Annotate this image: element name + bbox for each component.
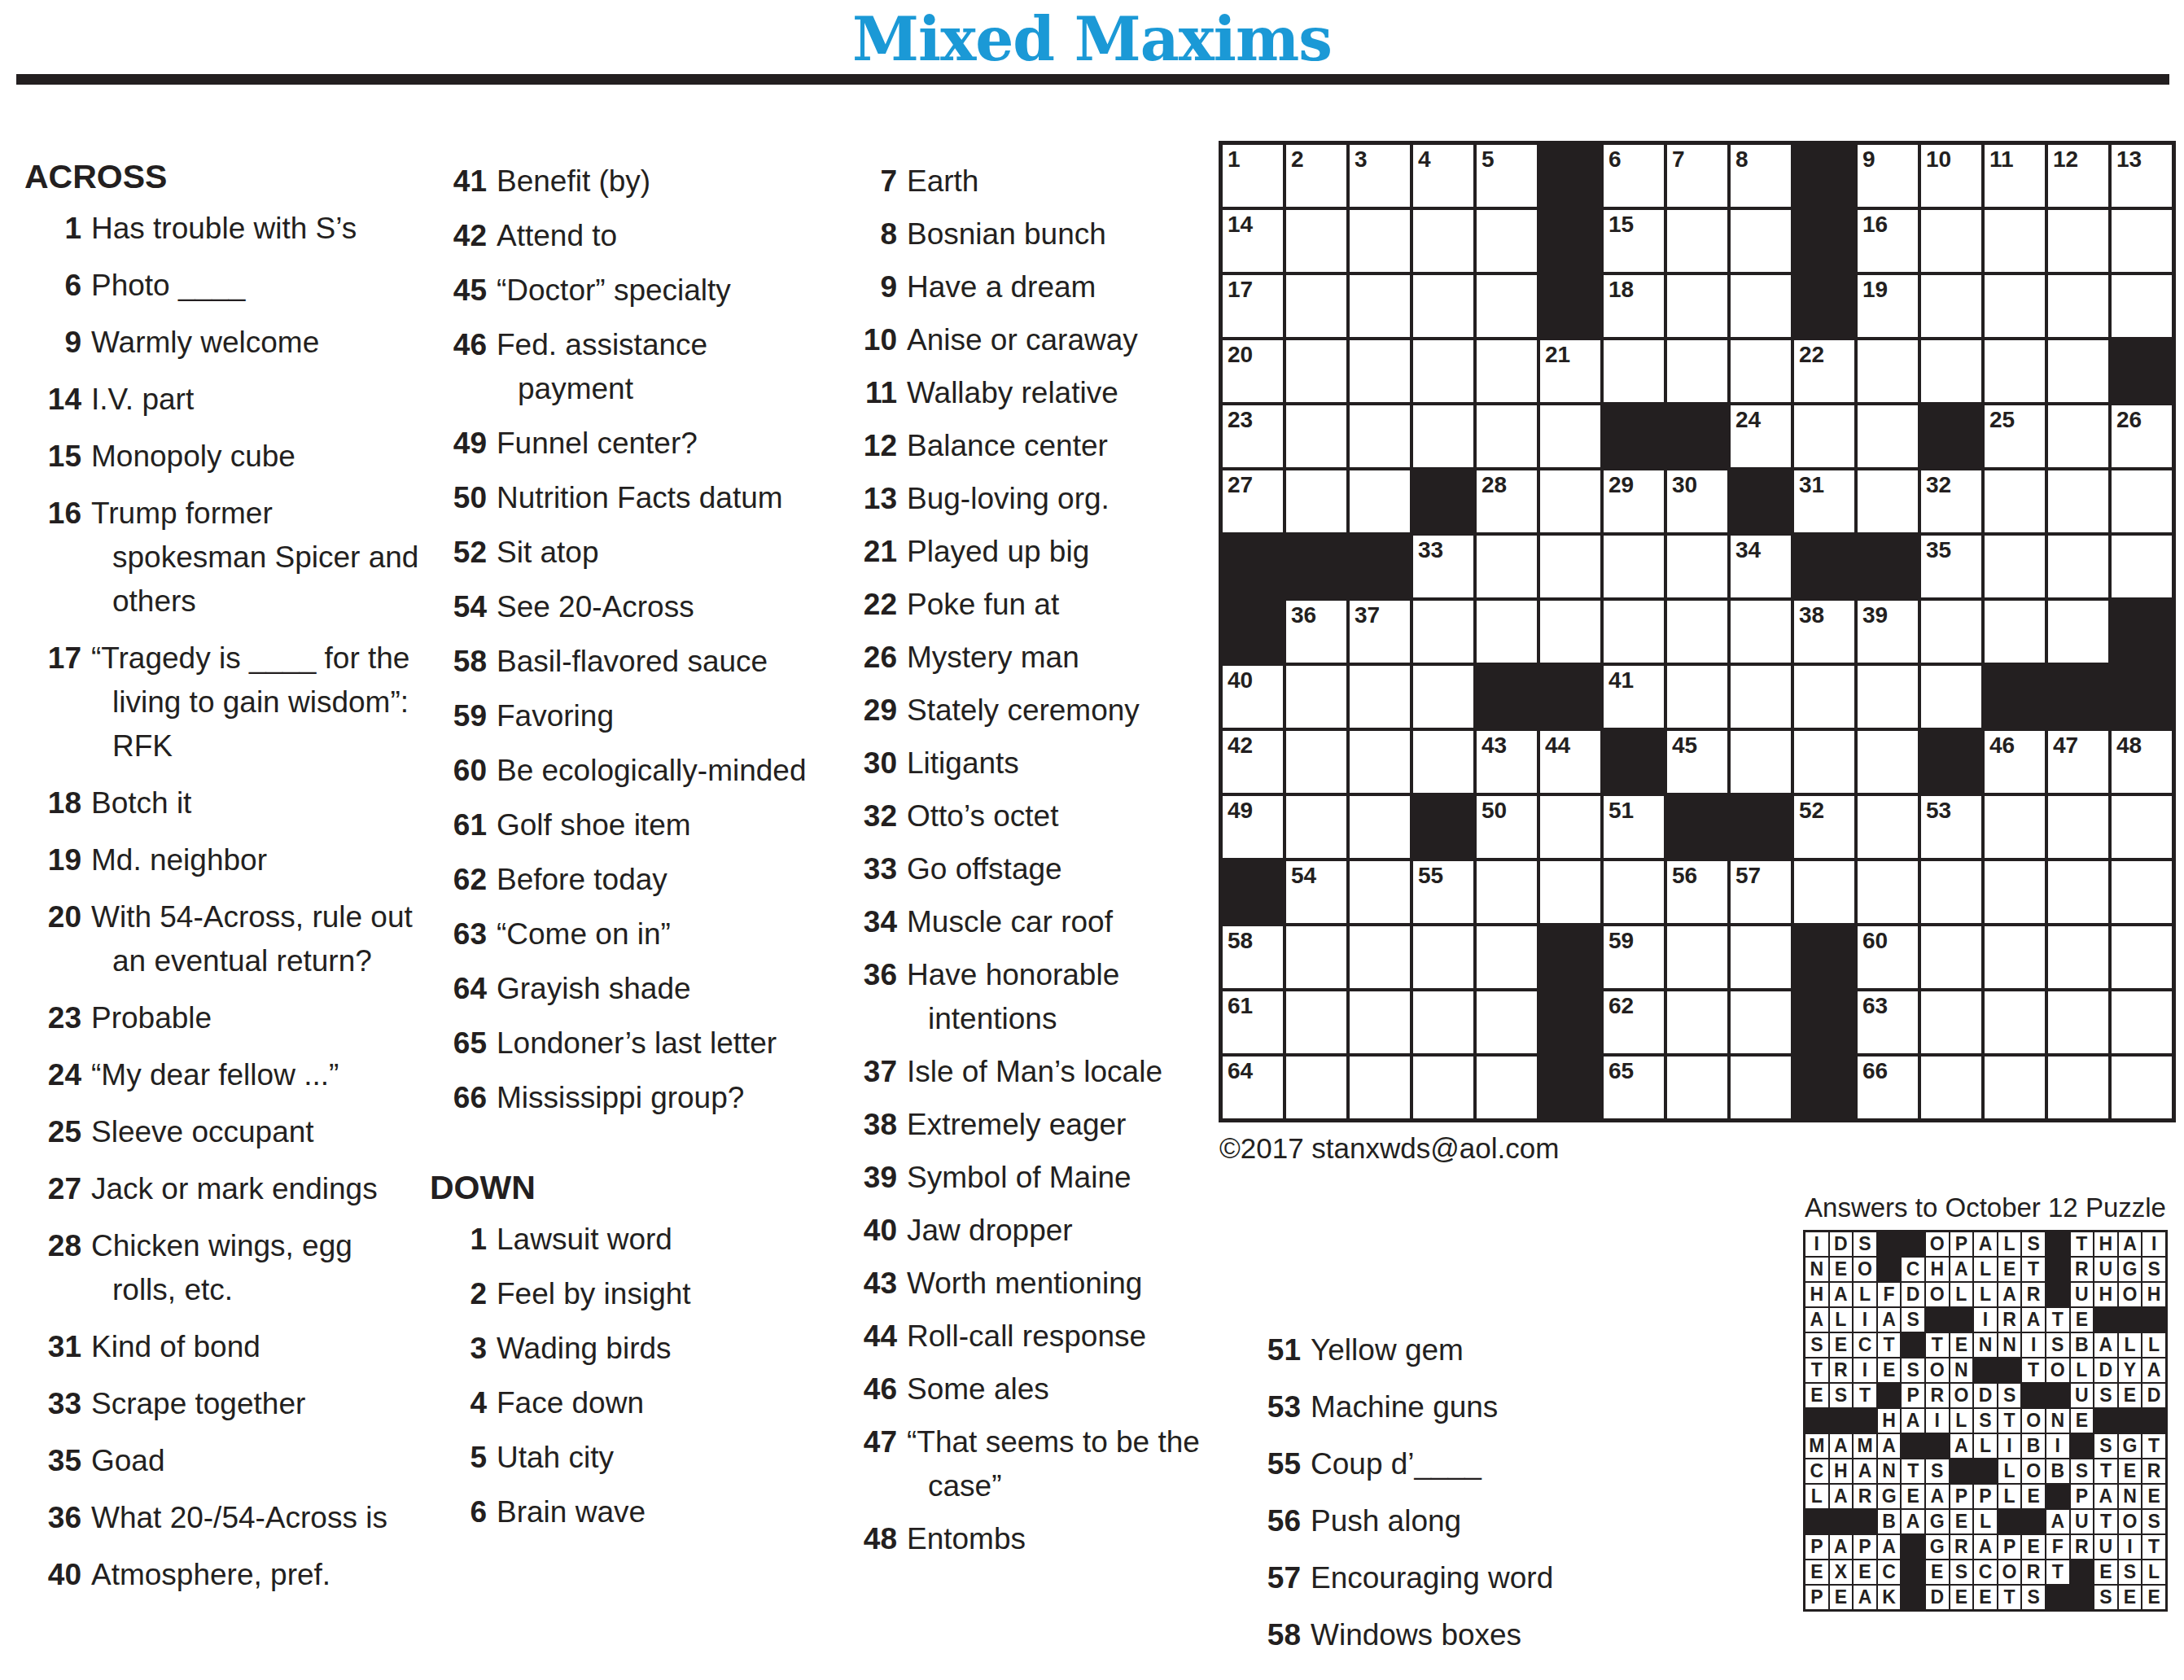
- grid-cell[interactable]: [1921, 340, 1981, 402]
- grid-cell[interactable]: 53: [1921, 796, 1981, 858]
- grid-cell[interactable]: 31: [1794, 470, 1854, 532]
- cell-number: 55: [1418, 863, 1443, 889]
- grid-cell[interactable]: 58: [1223, 926, 1283, 988]
- clue-across-60: 60Be ecologically-minded: [430, 749, 825, 793]
- grid-cell[interactable]: [1858, 470, 1918, 532]
- clue-text: Sleeve occupant: [91, 1115, 314, 1148]
- grid-cell[interactable]: 62: [1604, 991, 1664, 1053]
- clue-text: What 20-/54-Across is: [91, 1501, 387, 1534]
- clue-number: 13: [840, 477, 897, 521]
- grid-cell[interactable]: [1413, 275, 1473, 337]
- grid-cell[interactable]: [1858, 861, 1918, 923]
- answer-cell: D: [1926, 1586, 1949, 1609]
- grid-cell[interactable]: 40: [1223, 666, 1283, 728]
- grid-cell[interactable]: 61: [1223, 991, 1283, 1053]
- grid-cell[interactable]: [1477, 405, 1537, 467]
- clue-down-3: 3Wading birds: [430, 1327, 825, 1371]
- cell-number: 12: [2053, 147, 2078, 173]
- grid-cell[interactable]: 10: [1921, 145, 1981, 207]
- grid-cell[interactable]: 9: [1858, 145, 1918, 207]
- cell-number: 15: [1608, 212, 1634, 238]
- grid-cell[interactable]: 6: [1604, 145, 1664, 207]
- clue-number: 34: [840, 900, 897, 944]
- grid-cell[interactable]: [1985, 861, 2045, 923]
- answer-cell-black: [1974, 1358, 1997, 1382]
- grid-cell[interactable]: 48: [2112, 731, 2172, 793]
- clue-number: 1: [430, 1218, 487, 1262]
- grid-cell[interactable]: [1540, 601, 1600, 663]
- answer-cell: G: [1878, 1485, 1901, 1508]
- grid-cell[interactable]: [1350, 275, 1410, 337]
- grid-cell[interactable]: [1667, 601, 1727, 663]
- grid-cell[interactable]: 55: [1413, 861, 1473, 923]
- grid-cell[interactable]: [1413, 405, 1473, 467]
- grid-cell[interactable]: [1350, 470, 1410, 532]
- grid-cell[interactable]: [1667, 536, 1727, 597]
- clue-down-38: 38Extremely eager: [840, 1103, 1236, 1147]
- cell-number: 48: [2116, 733, 2142, 759]
- clue-down-55: 55Coup d’____: [1244, 1442, 1639, 1486]
- grid-cell[interactable]: [1604, 536, 1664, 597]
- answer-cell: I: [1998, 1434, 2021, 1458]
- grid-cell[interactable]: 65: [1604, 1057, 1664, 1118]
- clue-text: Atmosphere, pref.: [91, 1558, 330, 1591]
- cell-number: 19: [1862, 277, 1888, 303]
- answer-cell: T: [1998, 1586, 2021, 1609]
- answer-cell-black: [1830, 1409, 1853, 1433]
- answer-cell: D: [1830, 1232, 1853, 1256]
- answer-cell: S: [2119, 1560, 2142, 1584]
- clue-number: 46: [840, 1367, 897, 1411]
- grid-cell[interactable]: [1858, 340, 1918, 402]
- grid-cell[interactable]: [1286, 275, 1346, 337]
- grid-cell[interactable]: 1: [1223, 145, 1283, 207]
- grid-cell[interactable]: 56: [1667, 861, 1727, 923]
- answer-cell: E: [1830, 1258, 1853, 1281]
- grid-cell[interactable]: [1731, 1057, 1791, 1118]
- grid-cell[interactable]: [1350, 796, 1410, 858]
- answer-cell: L: [1998, 1459, 2021, 1483]
- grid-cell[interactable]: 4: [1413, 145, 1473, 207]
- grid-cell[interactable]: [1286, 666, 1346, 728]
- grid-cell[interactable]: [1350, 340, 1410, 402]
- grid-cell[interactable]: [1794, 666, 1854, 728]
- grid-cell[interactable]: [2048, 926, 2108, 988]
- grid-cell[interactable]: [1540, 405, 1600, 467]
- answer-cell-black: [2119, 1409, 2142, 1433]
- clue-down-48: 48Entombs: [840, 1517, 1236, 1561]
- answer-cell: R: [2022, 1283, 2045, 1306]
- answer-cell: S: [2046, 1333, 2069, 1357]
- grid-cell-black: [1794, 275, 1854, 337]
- grid-cell[interactable]: [1985, 601, 2045, 663]
- grid-cell[interactable]: 20: [1223, 340, 1283, 402]
- grid-cell[interactable]: 22: [1794, 340, 1854, 402]
- grid-cell[interactable]: 45: [1667, 731, 1727, 793]
- grid-cell[interactable]: [1667, 275, 1727, 337]
- grid-cell[interactable]: 50: [1477, 796, 1537, 858]
- answer-cell: S: [1974, 1409, 1997, 1433]
- grid-cell[interactable]: [1604, 861, 1664, 923]
- grid-cell[interactable]: [1413, 210, 1473, 272]
- grid-cell[interactable]: [2048, 210, 2108, 272]
- grid-cell[interactable]: [1985, 991, 2045, 1053]
- answer-cell-black: [1854, 1510, 1876, 1533]
- grid-cell[interactable]: [1286, 210, 1346, 272]
- grid-cell[interactable]: [2048, 601, 2108, 663]
- cell-number: 41: [1608, 667, 1634, 693]
- grid-cell[interactable]: [2112, 275, 2172, 337]
- grid-cell[interactable]: [1921, 1057, 1981, 1118]
- grid-cell[interactable]: [2112, 991, 2172, 1053]
- grid-cell[interactable]: [1985, 1057, 2045, 1118]
- grid-cell[interactable]: 38: [1794, 601, 1854, 663]
- grid-cell[interactable]: [1731, 210, 1791, 272]
- answer-cell-black: [1950, 1459, 1973, 1483]
- grid-cell[interactable]: 63: [1858, 991, 1918, 1053]
- clue-text: Bug-loving org.: [907, 482, 1110, 515]
- answer-cell: A: [1830, 1434, 1853, 1458]
- grid-cell[interactable]: [1286, 991, 1346, 1053]
- grid-cell[interactable]: 14: [1223, 210, 1283, 272]
- answer-cell: I: [1805, 1232, 1828, 1256]
- grid-cell[interactable]: [1985, 926, 2045, 988]
- grid-cell[interactable]: [1477, 340, 1537, 402]
- grid-cell[interactable]: 43: [1477, 731, 1537, 793]
- grid-cell[interactable]: 39: [1858, 601, 1918, 663]
- grid-cell[interactable]: [2048, 470, 2108, 532]
- grid-cell-black: [1286, 536, 1346, 597]
- grid-cell[interactable]: [1667, 991, 1727, 1053]
- grid-cell[interactable]: 35: [1921, 536, 1981, 597]
- answer-cell: L: [1998, 1485, 2021, 1508]
- clue-down-36: 36Have honorable intentions: [840, 953, 1236, 1041]
- answer-cell: S: [1805, 1333, 1828, 1357]
- cell-number: 18: [1608, 277, 1634, 303]
- clue-across-9: 9Warmly welcome: [24, 321, 420, 365]
- grid-cell[interactable]: [1858, 666, 1918, 728]
- grid-cell-black: [1794, 210, 1854, 272]
- grid-cell[interactable]: [2112, 1057, 2172, 1118]
- answer-cell-black: [2022, 1384, 2045, 1407]
- grid-cell[interactable]: 33: [1413, 536, 1473, 597]
- grid-cell-black: [1921, 731, 1981, 793]
- grid-cell[interactable]: [1540, 861, 1600, 923]
- grid-cell-black: [1223, 536, 1283, 597]
- grid-cell[interactable]: 32: [1921, 470, 1981, 532]
- grid-cell[interactable]: [1477, 536, 1537, 597]
- clue-number: 61: [430, 803, 487, 847]
- grid-cell[interactable]: [1921, 991, 1981, 1053]
- grid-cell[interactable]: [1477, 926, 1537, 988]
- answer-cell: T: [2046, 1560, 2069, 1584]
- answer-cell-black: [1902, 1232, 1924, 1256]
- grid-cell[interactable]: [1286, 1057, 1346, 1118]
- grid-cell[interactable]: [1413, 1057, 1473, 1118]
- grid-cell[interactable]: 21: [1540, 340, 1600, 402]
- clue-text: Nutrition Facts datum: [497, 481, 783, 514]
- grid-cell[interactable]: [2048, 405, 2108, 467]
- answer-cell: U: [2071, 1283, 2094, 1306]
- grid-cell[interactable]: 17: [1223, 275, 1283, 337]
- clue-number: 1: [24, 207, 81, 251]
- title-rule: [16, 74, 2169, 85]
- grid-cell[interactable]: [1350, 405, 1410, 467]
- grid-cell[interactable]: 36: [1286, 601, 1346, 663]
- answer-cell: N: [2046, 1409, 2069, 1433]
- grid-cell[interactable]: [1921, 601, 1981, 663]
- answer-cell: M: [1805, 1434, 1828, 1458]
- grid-cell[interactable]: 42: [1223, 731, 1283, 793]
- grid-cell[interactable]: [1286, 926, 1346, 988]
- answer-cell: I: [2046, 1434, 2069, 1458]
- grid-cell[interactable]: 24: [1731, 405, 1791, 467]
- grid-cell[interactable]: [1667, 666, 1727, 728]
- grid-cell[interactable]: [1985, 536, 2045, 597]
- grid-cell[interactable]: [1985, 470, 2045, 532]
- grid-cell[interactable]: [1921, 861, 1981, 923]
- grid-cell[interactable]: [1477, 861, 1537, 923]
- grid-cell[interactable]: 5: [1477, 145, 1537, 207]
- grid-cell[interactable]: 66: [1858, 1057, 1918, 1118]
- answer-cell: R: [1926, 1384, 1949, 1407]
- grid-cell[interactable]: 28: [1477, 470, 1537, 532]
- grid-cell[interactable]: [1604, 601, 1664, 663]
- grid-cell[interactable]: [1413, 601, 1473, 663]
- grid-cell-black: [1540, 926, 1600, 988]
- grid-cell-black: [1921, 405, 1981, 467]
- grid-cell[interactable]: 12: [2048, 145, 2108, 207]
- cell-number: 13: [2116, 147, 2142, 173]
- answer-cell: T: [1878, 1333, 1901, 1357]
- grid-cell[interactable]: [1921, 926, 1981, 988]
- clue-down-53: 53Machine guns: [1244, 1385, 1639, 1429]
- grid-cell[interactable]: [1477, 275, 1537, 337]
- answer-cell-black: [1950, 1308, 1973, 1332]
- grid-cell[interactable]: 8: [1731, 145, 1791, 207]
- grid-cell[interactable]: [1350, 1057, 1410, 1118]
- cell-number: 8: [1735, 147, 1749, 173]
- clue-number: 39: [840, 1156, 897, 1200]
- grid-cell[interactable]: [1985, 275, 2045, 337]
- grid-cell[interactable]: [2048, 340, 2108, 402]
- grid-cell[interactable]: 3: [1350, 145, 1410, 207]
- grid-cell-black: [1540, 666, 1600, 728]
- clue-number: 43: [840, 1262, 897, 1306]
- grid-cell[interactable]: [1731, 275, 1791, 337]
- grid-cell[interactable]: 54: [1286, 861, 1346, 923]
- grid-cell[interactable]: 27: [1223, 470, 1283, 532]
- grid-cell[interactable]: [2112, 536, 2172, 597]
- grid-cell[interactable]: 52: [1794, 796, 1854, 858]
- grid-cell[interactable]: 57: [1731, 861, 1791, 923]
- grid-cell[interactable]: [1731, 601, 1791, 663]
- grid-cell[interactable]: [1413, 731, 1473, 793]
- grid-cell[interactable]: 23: [1223, 405, 1283, 467]
- cell-number: 40: [1228, 667, 1253, 693]
- clue-text: Have a dream: [907, 270, 1096, 304]
- grid-cell[interactable]: [1731, 926, 1791, 988]
- grid-cell[interactable]: [1350, 991, 1410, 1053]
- grid-cell[interactable]: [1540, 536, 1600, 597]
- grid-cell[interactable]: [1667, 340, 1727, 402]
- grid-cell[interactable]: [1858, 731, 1918, 793]
- clue-down-9: 9Have a dream: [840, 265, 1236, 309]
- clue-text: Balance center: [907, 429, 1108, 462]
- answer-cell: G: [1926, 1510, 1949, 1533]
- grid-cell[interactable]: [1794, 731, 1854, 793]
- grid-cell[interactable]: [1985, 796, 2045, 858]
- grid-cell[interactable]: [1477, 991, 1537, 1053]
- grid-cell[interactable]: [2112, 926, 2172, 988]
- answer-cell: E: [1902, 1485, 1924, 1508]
- grid-cell[interactable]: [1667, 1057, 1727, 1118]
- clue-down-4: 4Face down: [430, 1381, 825, 1425]
- grid-cell[interactable]: 25: [1985, 405, 2045, 467]
- grid-cell[interactable]: [1858, 405, 1918, 467]
- answer-cell: B: [2071, 1333, 2094, 1357]
- grid-cell[interactable]: 49: [1223, 796, 1283, 858]
- grid-cell[interactable]: [1413, 340, 1473, 402]
- grid-cell[interactable]: 26: [2112, 405, 2172, 467]
- clue-text: “Tragedy is ____ for the living to gain …: [91, 641, 409, 763]
- grid-cell[interactable]: [2112, 796, 2172, 858]
- cell-number: 57: [1735, 863, 1761, 889]
- cell-number: 50: [1482, 798, 1507, 824]
- grid-cell[interactable]: [1794, 405, 1854, 467]
- grid-cell[interactable]: 60: [1858, 926, 1918, 988]
- grid-cell[interactable]: [1731, 731, 1791, 793]
- grid-cell[interactable]: 2: [1286, 145, 1346, 207]
- grid-cell[interactable]: [2048, 861, 2108, 923]
- answer-cell: A: [1830, 1535, 1853, 1559]
- grid-cell[interactable]: 44: [1540, 731, 1600, 793]
- grid-cell[interactable]: [1540, 796, 1600, 858]
- cell-number: 9: [1862, 147, 1875, 173]
- grid-cell[interactable]: [1413, 666, 1473, 728]
- grid-cell[interactable]: [1286, 731, 1346, 793]
- grid-cell[interactable]: 51: [1604, 796, 1664, 858]
- answer-cell: S: [2071, 1459, 2094, 1483]
- grid-cell[interactable]: 15: [1604, 210, 1664, 272]
- down-header: DOWN: [430, 1166, 825, 1210]
- grid-cell[interactable]: [2048, 796, 2108, 858]
- grid-cell[interactable]: [1413, 926, 1473, 988]
- grid-cell[interactable]: 11: [1985, 145, 2045, 207]
- grid-cell[interactable]: [1858, 796, 1918, 858]
- grid-cell-black: [1667, 796, 1727, 858]
- clue-number: 50: [430, 476, 487, 520]
- grid-cell[interactable]: [1667, 210, 1727, 272]
- grid-cell[interactable]: [1921, 666, 1981, 728]
- clue-number: 42: [430, 214, 487, 258]
- clue-number: 41: [430, 160, 487, 203]
- clue-down-22: 22Poke fun at: [840, 583, 1236, 627]
- grid-cell[interactable]: 34: [1731, 536, 1791, 597]
- grid-cell[interactable]: [1413, 991, 1473, 1053]
- grid-cell[interactable]: 37: [1350, 601, 1410, 663]
- grid-cell[interactable]: [1350, 731, 1410, 793]
- grid-cell[interactable]: [1350, 210, 1410, 272]
- answer-cell: T: [2142, 1535, 2165, 1559]
- grid-cell[interactable]: 16: [1858, 210, 1918, 272]
- clue-down-11: 11Wallaby relative: [840, 371, 1236, 415]
- grid-cell[interactable]: 46: [1985, 731, 2045, 793]
- grid-cell[interactable]: [1350, 666, 1410, 728]
- answer-cell: T: [2142, 1434, 2165, 1458]
- answer-cell: F: [1878, 1283, 1901, 1306]
- grid-cell[interactable]: 64: [1223, 1057, 1283, 1118]
- grid-cell[interactable]: 13: [2112, 145, 2172, 207]
- grid-cell[interactable]: [1477, 1057, 1537, 1118]
- grid-cell[interactable]: 41: [1604, 666, 1664, 728]
- grid-cell[interactable]: [2112, 470, 2172, 532]
- grid-cell[interactable]: [1540, 470, 1600, 532]
- grid-cell[interactable]: [1731, 666, 1791, 728]
- clue-number: 27: [24, 1167, 81, 1211]
- grid-cell-black: [1794, 1057, 1854, 1118]
- grid-cell[interactable]: [1985, 210, 2045, 272]
- grid-cell[interactable]: [1667, 926, 1727, 988]
- grid-cell[interactable]: [2112, 210, 2172, 272]
- grid-cell[interactable]: [1731, 340, 1791, 402]
- grid-cell[interactable]: [2048, 275, 2108, 337]
- clue-number: 46: [430, 323, 487, 367]
- grid-cell[interactable]: [1286, 405, 1346, 467]
- grid-cell[interactable]: [2048, 536, 2108, 597]
- grid-cell[interactable]: [1731, 991, 1791, 1053]
- grid-cell[interactable]: [2112, 861, 2172, 923]
- grid-cell[interactable]: [1794, 861, 1854, 923]
- answer-cell-black: [1902, 1434, 1924, 1458]
- grid-cell[interactable]: [1350, 926, 1410, 988]
- grid-cell[interactable]: 18: [1604, 275, 1664, 337]
- cell-number: 2: [1291, 147, 1304, 173]
- cell-number: 31: [1799, 472, 1824, 498]
- grid-cell[interactable]: [1286, 470, 1346, 532]
- grid-cell[interactable]: 47: [2048, 731, 2108, 793]
- grid-cell[interactable]: 29: [1604, 470, 1664, 532]
- grid-cell[interactable]: [1604, 340, 1664, 402]
- grid-cell[interactable]: [1985, 340, 2045, 402]
- grid-cell[interactable]: [1921, 210, 1981, 272]
- grid-cell[interactable]: [1286, 340, 1346, 402]
- answer-cell: P: [1974, 1485, 1997, 1508]
- answer-cell: S: [1950, 1560, 1973, 1584]
- grid-cell[interactable]: [2048, 991, 2108, 1053]
- grid-cell[interactable]: 7: [1667, 145, 1727, 207]
- clue-number: 62: [430, 858, 487, 902]
- answer-cell: A: [1998, 1283, 2021, 1306]
- grid-cell[interactable]: 19: [1858, 275, 1918, 337]
- grid-cell[interactable]: [1477, 601, 1537, 663]
- clue-number: 3: [430, 1327, 487, 1371]
- grid-cell[interactable]: [1350, 861, 1410, 923]
- grid-cell[interactable]: [1286, 796, 1346, 858]
- grid-cell[interactable]: [2048, 1057, 2108, 1118]
- grid-cell[interactable]: [1921, 275, 1981, 337]
- cell-number: 53: [1926, 798, 1951, 824]
- cell-number: 62: [1608, 993, 1634, 1019]
- clue-number: 60: [430, 749, 487, 793]
- grid-cell[interactable]: [1477, 210, 1537, 272]
- clue-down-57: 57Encouraging word: [1244, 1556, 1639, 1600]
- answers-heading: Answers to October 12 Puzzle: [1795, 1192, 2176, 1223]
- answer-cell: B: [2022, 1434, 2045, 1458]
- answer-cell: L: [1974, 1258, 1997, 1281]
- grid-cell[interactable]: 30: [1667, 470, 1727, 532]
- grid-cell[interactable]: 59: [1604, 926, 1664, 988]
